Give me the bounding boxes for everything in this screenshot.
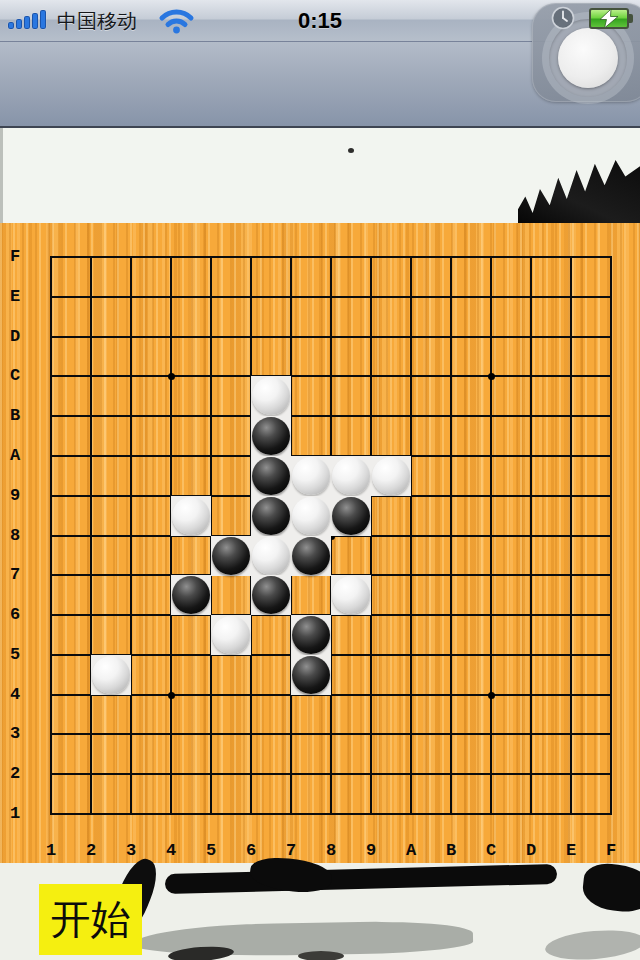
stone-black-89 (331, 496, 371, 536)
stone-white-87 (331, 575, 371, 615)
grid-line-horizontal (50, 733, 612, 735)
stone-black-47 (171, 575, 211, 615)
row-label: 8 (5, 526, 25, 546)
column-label: 4 (161, 841, 181, 861)
star-point (488, 692, 495, 699)
stone-white-79 (291, 496, 331, 536)
stone-white-56 (211, 615, 251, 655)
row-label: 7 (5, 565, 25, 585)
row-label: F (5, 247, 25, 267)
star-point (168, 692, 175, 699)
screen: 中国移动 0:15 (0, 0, 640, 960)
overlay-inner-circle (558, 28, 618, 88)
stone-black-75 (291, 655, 331, 695)
column-label: F (601, 841, 621, 861)
column-label: 8 (321, 841, 341, 861)
ink-stroke-gray (544, 927, 640, 960)
column-label: C (481, 841, 501, 861)
ink-speck (348, 148, 354, 153)
column-label: E (561, 841, 581, 861)
column-label: 5 (201, 841, 221, 861)
row-label: E (5, 287, 25, 307)
grid-line-vertical (530, 256, 532, 815)
left-edge-shadow (0, 128, 3, 223)
ink-painting-top-band (0, 128, 640, 223)
gomoku-board[interactable]: FEDCBA987654321123456789ABCDEF (0, 223, 640, 863)
ink-stroke (298, 951, 344, 960)
star-point (488, 373, 495, 380)
stone-white-6C (251, 376, 291, 416)
grid-line-vertical (570, 256, 572, 815)
grid-line-vertical (450, 256, 452, 815)
row-label: D (5, 327, 25, 347)
row-label: B (5, 406, 25, 426)
grid-line-vertical (610, 256, 612, 815)
column-label: 2 (81, 841, 101, 861)
column-label: 9 (361, 841, 381, 861)
row-label: 3 (5, 724, 25, 744)
grid-line-horizontal (50, 694, 612, 696)
row-label: C (5, 366, 25, 386)
stone-black-6B (251, 416, 291, 456)
stone-black-6A (251, 456, 291, 496)
clock-icon (551, 6, 575, 34)
stone-black-69 (251, 496, 291, 536)
row-label: A (5, 446, 25, 466)
column-label: D (521, 841, 541, 861)
column-label: B (441, 841, 461, 861)
stone-white-7A (291, 456, 331, 496)
column-label: 6 (241, 841, 261, 861)
stone-black-67 (251, 575, 291, 615)
grid-line-horizontal (50, 813, 612, 815)
row-label: 1 (5, 804, 25, 824)
grid-line-vertical (490, 256, 492, 815)
grid-line-vertical (410, 256, 412, 815)
stone-black-78 (291, 536, 331, 576)
stone-white-8A (331, 456, 371, 496)
star-point (168, 373, 175, 380)
column-label: A (401, 841, 421, 861)
stone-white-68 (251, 536, 291, 576)
ink-brush-blob (518, 160, 640, 223)
ink-stroke (581, 861, 640, 914)
stone-black-76 (291, 615, 331, 655)
ink-stroke (165, 864, 557, 894)
start-button[interactable]: 开始 (39, 884, 142, 955)
column-label: 3 (121, 841, 141, 861)
row-label: 6 (5, 605, 25, 625)
row-label: 9 (5, 486, 25, 506)
row-label: 4 (5, 685, 25, 705)
stone-black-58 (211, 536, 251, 576)
grid-line-horizontal (50, 654, 612, 656)
stone-white-9A (371, 456, 411, 496)
row-label: 2 (5, 764, 25, 784)
grid-line-horizontal (50, 773, 612, 775)
column-label: 1 (41, 841, 61, 861)
row-label: 5 (5, 645, 25, 665)
ink-painting-bottom-band: 开始 (0, 863, 640, 960)
stone-white-25 (91, 655, 131, 695)
stone-white-49 (171, 496, 211, 536)
battery-charging-icon (589, 8, 635, 29)
